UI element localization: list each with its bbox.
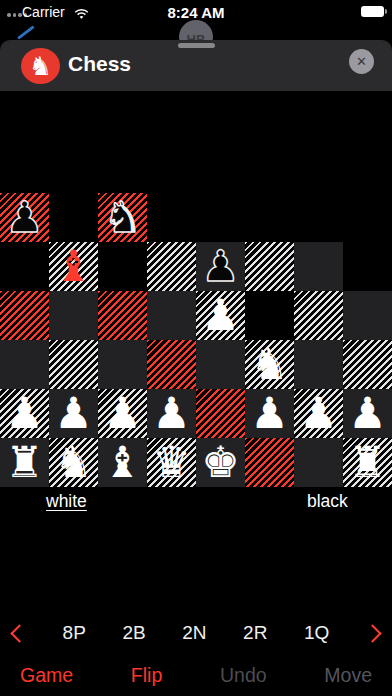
square-b8[interactable] (49, 95, 98, 144)
piece-white-P: ♟ (294, 389, 343, 438)
square-h1[interactable]: ♜ (343, 438, 392, 487)
player-row: white black (0, 491, 392, 513)
white-player-label[interactable]: white (46, 491, 87, 512)
count-pawns: 8P (63, 622, 86, 644)
square-a7[interactable] (0, 144, 49, 193)
square-f8[interactable] (245, 95, 294, 144)
square-h7[interactable] (343, 144, 392, 193)
square-c4[interactable] (98, 291, 147, 340)
square-h6[interactable] (343, 193, 392, 242)
count-rooks: 2R (243, 622, 267, 644)
square-d2[interactable]: ♟ (147, 389, 196, 438)
sheet-drag-handle[interactable] (178, 43, 215, 48)
square-g1[interactable] (294, 438, 343, 487)
piece-white-R: ♜ (343, 438, 392, 487)
black-player-label[interactable]: black (307, 491, 348, 512)
chevron-right-icon[interactable] (363, 624, 381, 642)
square-d6[interactable] (147, 193, 196, 242)
chess-app-icon: ♞ (21, 48, 60, 84)
square-g6[interactable] (294, 193, 343, 242)
square-h8[interactable] (343, 95, 392, 144)
square-h4[interactable] (343, 291, 392, 340)
square-a2[interactable]: ♟ (0, 389, 49, 438)
piece-black-P: ♟ (196, 242, 245, 291)
knight-logo-icon: ♞ (29, 51, 52, 81)
square-h3[interactable] (343, 340, 392, 389)
square-d1[interactable]: ♛ (147, 438, 196, 487)
square-a1[interactable]: ♜ (0, 438, 49, 487)
square-c3[interactable] (98, 340, 147, 389)
square-e7[interactable] (196, 144, 245, 193)
chess-board: ♟♞♝♟♟♞♟♟♟♟♟♟♟♜♞♝♛♚♜ (0, 95, 392, 487)
square-e3[interactable] (196, 340, 245, 389)
piece-white-K: ♚ (196, 438, 245, 487)
square-e6[interactable] (196, 193, 245, 242)
square-f1[interactable] (245, 438, 294, 487)
square-a4[interactable] (0, 291, 49, 340)
clock: 8:24 AM (0, 4, 392, 21)
app-title: Chess (68, 52, 131, 76)
square-b5[interactable]: ♝ (49, 242, 98, 291)
square-g2[interactable]: ♟ (294, 389, 343, 438)
square-c6[interactable]: ♞ (98, 193, 147, 242)
square-d5[interactable] (147, 242, 196, 291)
count-knights: 2N (182, 622, 206, 644)
undo-button[interactable]: Undo (220, 664, 267, 687)
piece-black-N: ♞ (98, 193, 147, 242)
square-d3[interactable] (147, 340, 196, 389)
square-f4[interactable] (245, 291, 294, 340)
square-e4[interactable]: ♟ (196, 291, 245, 340)
piece-white-P: ♟ (98, 389, 147, 438)
close-icon[interactable]: ✕ (349, 49, 374, 74)
square-e5[interactable]: ♟ (196, 242, 245, 291)
square-f6[interactable] (245, 193, 294, 242)
square-h5[interactable] (343, 242, 392, 291)
piece-white-P: ♟ (245, 389, 294, 438)
square-c1[interactable]: ♝ (98, 438, 147, 487)
square-d7[interactable] (147, 144, 196, 193)
square-g5[interactable] (294, 242, 343, 291)
square-d4[interactable] (147, 291, 196, 340)
square-a6[interactable]: ♟ (0, 193, 49, 242)
move-button[interactable]: Move (324, 664, 372, 687)
chess-app-sheet-header: ♞ Chess ✕ (0, 40, 392, 91)
piece-white-N: ♞ (245, 340, 294, 389)
piece-white-R: ♜ (0, 438, 49, 487)
piece-white-P: ♟ (0, 389, 49, 438)
chevron-left-icon[interactable] (10, 624, 28, 642)
square-f2[interactable]: ♟ (245, 389, 294, 438)
piece-white-P: ♟ (49, 389, 98, 438)
square-b4[interactable] (49, 291, 98, 340)
square-d8[interactable] (147, 95, 196, 144)
square-c7[interactable] (98, 144, 147, 193)
square-b7[interactable] (49, 144, 98, 193)
battery-icon (361, 6, 384, 17)
piece-white-P: ♟ (196, 291, 245, 340)
square-b6[interactable] (49, 193, 98, 242)
square-g4[interactable] (294, 291, 343, 340)
piece-white-Q: ♛ (147, 438, 196, 487)
game-button[interactable]: Game (20, 664, 73, 687)
iphone-screen: Carrier 8:24 AM HB ♞ Chess ✕ ♟♞♝♟♟♞♟♟♟♟♟… (0, 0, 392, 696)
square-c8[interactable] (98, 95, 147, 144)
square-f7[interactable] (245, 144, 294, 193)
square-e2[interactable] (196, 389, 245, 438)
square-c5[interactable] (98, 242, 147, 291)
square-b1[interactable]: ♞ (49, 438, 98, 487)
square-a3[interactable] (0, 340, 49, 389)
square-g7[interactable] (294, 144, 343, 193)
square-e1[interactable]: ♚ (196, 438, 245, 487)
piece-white-P: ♟ (343, 389, 392, 438)
square-g3[interactable] (294, 340, 343, 389)
flip-button[interactable]: Flip (131, 664, 162, 687)
piece-count-bar: 8P 2B 2N 2R 1Q (0, 619, 392, 647)
square-e8[interactable] (196, 95, 245, 144)
square-h2[interactable]: ♟ (343, 389, 392, 438)
square-c2[interactable]: ♟ (98, 389, 147, 438)
count-queens: 1Q (304, 622, 329, 644)
square-b3[interactable] (49, 340, 98, 389)
square-f5[interactable] (245, 242, 294, 291)
piece-white-B: ♝ (98, 438, 147, 487)
square-a8[interactable] (0, 95, 49, 144)
count-bishops: 2B (122, 622, 145, 644)
piece-selected-white-B: ♝ (49, 242, 98, 291)
square-b2[interactable]: ♟ (49, 389, 98, 438)
piece-black-P: ♟ (0, 193, 49, 242)
square-a5[interactable] (0, 242, 49, 291)
bottom-toolbar: Game Flip Undo Move (0, 661, 392, 689)
piece-white-N: ♞ (49, 438, 98, 487)
piece-white-P: ♟ (147, 389, 196, 438)
square-g8[interactable] (294, 95, 343, 144)
square-f3[interactable]: ♞ (245, 340, 294, 389)
